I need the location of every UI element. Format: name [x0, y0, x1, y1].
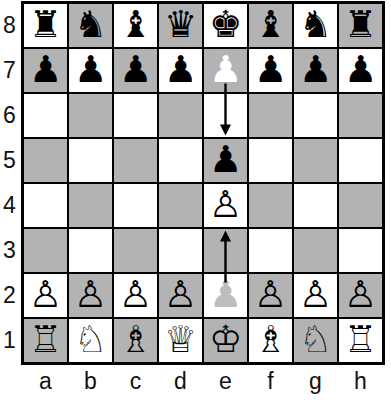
- square-h6[interactable]: [339, 94, 382, 137]
- rank-labels: 87654321: [0, 4, 19, 362]
- square-f8[interactable]: ♝: [249, 4, 292, 47]
- square-g7[interactable]: ♟: [294, 49, 337, 92]
- square-c1[interactable]: ♗: [114, 319, 157, 362]
- square-e4[interactable]: ♙: [204, 184, 247, 227]
- square-b5[interactable]: [69, 139, 112, 182]
- rank-label-3: 3: [0, 229, 19, 272]
- square-a6[interactable]: [24, 94, 67, 137]
- white-king[interactable]: ♔: [209, 321, 242, 358]
- white-pawn[interactable]: ♙: [74, 276, 107, 313]
- square-d5[interactable]: [159, 139, 202, 182]
- rank-label-7: 7: [0, 49, 19, 92]
- square-b6[interactable]: [69, 94, 112, 137]
- square-d7[interactable]: ♟: [159, 49, 202, 92]
- ghost-pawn-origin-e2[interactable]: ♟: [209, 276, 242, 313]
- square-a5[interactable]: [24, 139, 67, 182]
- black-pawn[interactable]: ♟: [299, 51, 332, 88]
- file-label-b: b: [69, 364, 112, 398]
- square-g6[interactable]: [294, 94, 337, 137]
- rank-label-2: 2: [0, 274, 19, 317]
- square-c3[interactable]: [114, 229, 157, 272]
- white-knight[interactable]: ♘: [74, 321, 107, 358]
- square-e6[interactable]: [204, 94, 247, 137]
- file-label-e: e: [204, 364, 247, 398]
- square-c4[interactable]: [114, 184, 157, 227]
- black-pawn[interactable]: ♟: [29, 51, 62, 88]
- black-pawn[interactable]: ♟: [254, 51, 287, 88]
- square-e8[interactable]: ♚: [204, 4, 247, 47]
- black-rook[interactable]: ♜: [29, 6, 62, 43]
- square-f6[interactable]: [249, 94, 292, 137]
- square-e2[interactable]: ♟: [204, 274, 247, 317]
- square-e7[interactable]: ♟: [204, 49, 247, 92]
- rank-label-1: 1: [0, 319, 19, 362]
- square-c2[interactable]: ♙: [114, 274, 157, 317]
- square-a3[interactable]: [24, 229, 67, 272]
- square-g4[interactable]: [294, 184, 337, 227]
- rank-label-6: 6: [0, 94, 19, 137]
- square-h7[interactable]: ♟: [339, 49, 382, 92]
- black-pawn[interactable]: ♟: [119, 51, 152, 88]
- file-label-h: h: [339, 364, 382, 398]
- black-queen[interactable]: ♛: [164, 6, 197, 43]
- square-f7[interactable]: ♟: [249, 49, 292, 92]
- file-label-f: f: [249, 364, 292, 398]
- white-knight[interactable]: ♘: [299, 321, 332, 358]
- square-e1[interactable]: ♔: [204, 319, 247, 362]
- white-rook[interactable]: ♖: [29, 321, 62, 358]
- black-pawn[interactable]: ♟: [74, 51, 107, 88]
- white-pawn[interactable]: ♙: [29, 276, 62, 313]
- chess-diagram: 87654321 ♜♞♝♛♚♝♞♜♟♟♟♟♟♟♟♟♟♙♙♙♙♙♟♙♙♙♖♘♗♕♔…: [0, 0, 391, 400]
- white-pawn[interactable]: ♙: [299, 276, 332, 313]
- black-king[interactable]: ♚: [209, 6, 242, 43]
- square-a4[interactable]: [24, 184, 67, 227]
- rank-label-8: 8: [0, 4, 19, 47]
- file-label-a: a: [24, 364, 67, 398]
- square-g5[interactable]: [294, 139, 337, 182]
- black-pawn[interactable]: ♟: [164, 51, 197, 88]
- square-h3[interactable]: [339, 229, 382, 272]
- square-b8[interactable]: ♞: [69, 4, 112, 47]
- square-h2[interactable]: ♙: [339, 274, 382, 317]
- white-queen[interactable]: ♕: [164, 321, 197, 358]
- square-f1[interactable]: ♗: [249, 319, 292, 362]
- square-b7[interactable]: ♟: [69, 49, 112, 92]
- black-knight[interactable]: ♞: [299, 6, 332, 43]
- square-f4[interactable]: [249, 184, 292, 227]
- square-a7[interactable]: ♟: [24, 49, 67, 92]
- square-e5[interactable]: ♟: [204, 139, 247, 182]
- square-f2[interactable]: ♙: [249, 274, 292, 317]
- black-pawn[interactable]: ♟: [209, 141, 242, 178]
- square-a1[interactable]: ♖: [24, 319, 67, 362]
- square-a2[interactable]: ♙: [24, 274, 67, 317]
- ghost-pawn-origin-e7[interactable]: ♟: [209, 51, 242, 88]
- square-g1[interactable]: ♘: [294, 319, 337, 362]
- black-bishop[interactable]: ♝: [254, 6, 287, 43]
- square-d3[interactable]: [159, 229, 202, 272]
- square-g3[interactable]: [294, 229, 337, 272]
- white-bishop[interactable]: ♗: [119, 321, 152, 358]
- square-c6[interactable]: [114, 94, 157, 137]
- black-knight[interactable]: ♞: [74, 6, 107, 43]
- square-h4[interactable]: [339, 184, 382, 227]
- square-h5[interactable]: [339, 139, 382, 182]
- square-d6[interactable]: [159, 94, 202, 137]
- white-pawn[interactable]: ♙: [209, 186, 242, 223]
- rank-label-4: 4: [0, 184, 19, 227]
- square-f5[interactable]: [249, 139, 292, 182]
- rank-label-5: 5: [0, 139, 19, 182]
- square-h8[interactable]: ♜: [339, 4, 382, 47]
- white-pawn[interactable]: ♙: [164, 276, 197, 313]
- square-c5[interactable]: [114, 139, 157, 182]
- white-pawn[interactable]: ♙: [344, 276, 377, 313]
- black-bishop[interactable]: ♝: [119, 6, 152, 43]
- square-h1[interactable]: ♖: [339, 319, 382, 362]
- black-rook[interactable]: ♜: [344, 6, 377, 43]
- square-d2[interactable]: ♙: [159, 274, 202, 317]
- square-d4[interactable]: [159, 184, 202, 227]
- square-b4[interactable]: [69, 184, 112, 227]
- square-b2[interactable]: ♙: [69, 274, 112, 317]
- square-f3[interactable]: [249, 229, 292, 272]
- square-d1[interactable]: ♕: [159, 319, 202, 362]
- square-c8[interactable]: ♝: [114, 4, 157, 47]
- white-bishop[interactable]: ♗: [254, 321, 287, 358]
- square-c7[interactable]: ♟: [114, 49, 157, 92]
- square-a8[interactable]: ♜: [24, 4, 67, 47]
- file-labels: abcdefgh: [24, 364, 382, 398]
- square-d8[interactable]: ♛: [159, 4, 202, 47]
- black-pawn[interactable]: ♟: [344, 51, 377, 88]
- square-g8[interactable]: ♞: [294, 4, 337, 47]
- file-label-d: d: [159, 364, 202, 398]
- square-b3[interactable]: [69, 229, 112, 272]
- white-pawn[interactable]: ♙: [254, 276, 287, 313]
- square-b1[interactable]: ♘: [69, 319, 112, 362]
- white-pawn[interactable]: ♙: [119, 276, 152, 313]
- square-e3[interactable]: [204, 229, 247, 272]
- white-rook[interactable]: ♖: [344, 321, 377, 358]
- board: ♜♞♝♛♚♝♞♜♟♟♟♟♟♟♟♟♟♙♙♙♙♙♟♙♙♙♖♘♗♕♔♗♘♖: [21, 1, 385, 365]
- file-label-g: g: [294, 364, 337, 398]
- file-label-c: c: [114, 364, 157, 398]
- square-g2[interactable]: ♙: [294, 274, 337, 317]
